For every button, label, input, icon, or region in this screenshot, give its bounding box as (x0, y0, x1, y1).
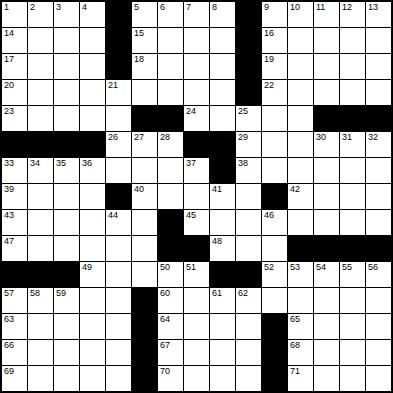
white-cell[interactable] (132, 262, 157, 287)
white-cell[interactable]: 22 (262, 80, 287, 105)
white-cell[interactable]: 3 (54, 2, 79, 27)
clue-number: 71 (290, 366, 300, 377)
clue-number: 47 (4, 236, 14, 247)
white-cell[interactable] (340, 28, 365, 53)
white-cell[interactable]: 34 (28, 158, 53, 183)
clue-number: 38 (238, 158, 248, 169)
white-cell[interactable] (28, 366, 53, 391)
white-cell[interactable]: 43 (2, 210, 27, 235)
clue-number: 57 (4, 288, 14, 299)
white-cell[interactable] (132, 80, 157, 105)
white-cell[interactable] (340, 340, 365, 365)
white-cell[interactable] (158, 28, 183, 53)
white-cell[interactable]: 1 (2, 2, 27, 27)
clue-number: 60 (160, 288, 170, 299)
clue-number: 20 (4, 80, 14, 91)
black-cell (262, 340, 287, 365)
white-cell[interactable]: 33 (2, 158, 27, 183)
white-cell[interactable] (366, 288, 391, 313)
white-cell[interactable]: 15 (132, 28, 157, 53)
white-cell[interactable]: 65 (288, 314, 313, 339)
clue-number: 43 (4, 210, 14, 221)
white-cell[interactable] (288, 132, 313, 157)
white-cell[interactable]: 48 (210, 236, 235, 261)
white-cell[interactable] (106, 262, 131, 287)
white-cell[interactable] (80, 340, 105, 365)
white-cell[interactable] (314, 158, 339, 183)
white-cell[interactable]: 56 (366, 262, 391, 287)
crossword-grid: 1234567891011121314151617181920212223242… (0, 0, 393, 393)
white-cell[interactable] (314, 184, 339, 209)
white-cell[interactable] (106, 340, 131, 365)
clue-number: 44 (108, 210, 118, 221)
white-cell[interactable] (106, 158, 131, 183)
white-cell[interactable]: 8 (210, 2, 235, 27)
white-cell[interactable] (106, 314, 131, 339)
white-cell[interactable] (80, 314, 105, 339)
white-cell[interactable]: 27 (132, 132, 157, 157)
white-cell[interactable] (262, 106, 287, 131)
clue-number: 14 (4, 28, 14, 39)
clue-number: 6 (160, 2, 165, 13)
clue-number: 41 (212, 184, 222, 195)
clue-number: 58 (30, 288, 40, 299)
white-cell[interactable] (236, 340, 261, 365)
black-cell (2, 132, 27, 157)
white-cell[interactable] (366, 340, 391, 365)
white-cell[interactable] (262, 236, 287, 261)
white-cell[interactable] (28, 210, 53, 235)
white-cell[interactable] (54, 340, 79, 365)
white-cell[interactable]: 58 (28, 288, 53, 313)
white-cell[interactable]: 2 (28, 2, 53, 27)
clue-number: 61 (212, 288, 222, 299)
black-cell (132, 366, 157, 391)
white-cell[interactable] (366, 314, 391, 339)
white-cell[interactable]: 59 (54, 288, 79, 313)
clue-number: 29 (238, 132, 248, 143)
white-cell[interactable] (210, 366, 235, 391)
white-cell[interactable]: 47 (2, 236, 27, 261)
white-cell[interactable] (54, 366, 79, 391)
black-cell (158, 210, 183, 235)
white-cell[interactable] (340, 366, 365, 391)
white-cell[interactable]: 60 (158, 288, 183, 313)
white-cell[interactable] (54, 184, 79, 209)
clue-number: 11 (316, 2, 325, 13)
white-cell[interactable]: 12 (340, 2, 365, 27)
white-cell[interactable] (366, 80, 391, 105)
black-cell (210, 158, 235, 183)
clue-number: 2 (30, 2, 35, 13)
clue-number: 9 (264, 2, 269, 13)
white-cell[interactable]: 50 (158, 262, 183, 287)
black-cell (132, 106, 157, 131)
white-cell[interactable]: 26 (106, 132, 131, 157)
white-cell[interactable] (158, 54, 183, 79)
white-cell[interactable] (80, 184, 105, 209)
white-cell[interactable]: 4 (80, 2, 105, 27)
white-cell[interactable] (184, 184, 209, 209)
white-cell[interactable]: 69 (2, 366, 27, 391)
white-cell[interactable] (80, 28, 105, 53)
white-cell[interactable]: 67 (158, 340, 183, 365)
black-cell (28, 132, 53, 157)
clue-number: 55 (342, 262, 352, 273)
white-cell[interactable] (288, 288, 313, 313)
white-cell[interactable] (80, 106, 105, 131)
white-cell[interactable] (340, 158, 365, 183)
black-cell (262, 314, 287, 339)
white-cell[interactable] (184, 28, 209, 53)
white-cell[interactable] (28, 106, 53, 131)
white-cell[interactable] (132, 158, 157, 183)
white-cell[interactable] (314, 288, 339, 313)
clue-number: 64 (160, 314, 170, 325)
white-cell[interactable] (236, 314, 261, 339)
clue-number: 10 (290, 2, 300, 13)
clue-number: 59 (56, 288, 66, 299)
white-cell[interactable] (132, 210, 157, 235)
clue-number: 51 (186, 262, 196, 273)
white-cell[interactable]: 37 (184, 158, 209, 183)
white-cell[interactable]: 49 (80, 262, 105, 287)
clue-number: 45 (186, 210, 196, 221)
white-cell[interactable] (288, 210, 313, 235)
white-cell[interactable] (54, 210, 79, 235)
clue-number: 16 (264, 28, 274, 39)
clue-number: 24 (186, 106, 196, 117)
white-cell[interactable]: 57 (2, 288, 27, 313)
white-cell[interactable]: 51 (184, 262, 209, 287)
white-cell[interactable]: 32 (366, 132, 391, 157)
black-cell (340, 236, 365, 261)
white-cell[interactable] (80, 288, 105, 313)
clue-number: 42 (290, 184, 300, 195)
clue-number: 5 (134, 2, 139, 13)
white-cell[interactable]: 44 (106, 210, 131, 235)
clue-number: 39 (4, 184, 14, 195)
white-cell[interactable] (236, 236, 261, 261)
clue-number: 53 (290, 262, 300, 273)
white-cell[interactable] (54, 314, 79, 339)
white-cell[interactable] (184, 314, 209, 339)
white-cell[interactable] (314, 340, 339, 365)
white-cell[interactable]: 39 (2, 184, 27, 209)
black-cell (158, 106, 183, 131)
white-cell[interactable]: 19 (262, 54, 287, 79)
white-cell[interactable] (262, 132, 287, 157)
white-cell[interactable]: 35 (54, 158, 79, 183)
white-cell[interactable] (288, 80, 313, 105)
white-cell[interactable]: 21 (106, 80, 131, 105)
clue-number: 50 (160, 262, 170, 273)
white-cell[interactable] (28, 28, 53, 53)
white-cell[interactable] (158, 80, 183, 105)
white-cell[interactable]: 29 (236, 132, 261, 157)
white-cell[interactable]: 20 (2, 80, 27, 105)
black-cell (158, 236, 183, 261)
white-cell[interactable] (236, 366, 261, 391)
white-cell[interactable] (366, 210, 391, 235)
clue-number: 62 (238, 288, 248, 299)
clue-number: 65 (290, 314, 300, 325)
white-cell[interactable] (288, 158, 313, 183)
black-cell (54, 262, 79, 287)
black-cell (54, 132, 79, 157)
clue-number: 4 (82, 2, 87, 13)
white-cell[interactable]: 62 (236, 288, 261, 313)
black-cell (132, 288, 157, 313)
clue-number: 7 (186, 2, 191, 13)
clue-number: 8 (212, 2, 217, 13)
white-cell[interactable] (340, 314, 365, 339)
white-cell[interactable] (28, 314, 53, 339)
black-cell (106, 28, 131, 53)
white-cell[interactable] (262, 288, 287, 313)
white-cell[interactable] (184, 54, 209, 79)
white-cell[interactable] (366, 28, 391, 53)
white-cell[interactable] (132, 236, 157, 261)
white-cell[interactable]: 70 (158, 366, 183, 391)
white-cell[interactable] (28, 54, 53, 79)
clue-number: 30 (316, 132, 326, 143)
white-cell[interactable] (314, 28, 339, 53)
white-cell[interactable] (28, 184, 53, 209)
white-cell[interactable] (366, 54, 391, 79)
white-cell[interactable]: 17 (2, 54, 27, 79)
white-cell[interactable]: 54 (314, 262, 339, 287)
white-cell[interactable] (314, 54, 339, 79)
clue-number: 33 (4, 158, 14, 169)
clue-number: 1 (4, 2, 9, 13)
white-cell[interactable]: 24 (184, 106, 209, 131)
white-cell[interactable]: 71 (288, 366, 313, 391)
white-cell[interactable] (366, 158, 391, 183)
white-cell[interactable]: 42 (288, 184, 313, 209)
white-cell[interactable]: 61 (210, 288, 235, 313)
white-cell[interactable]: 18 (132, 54, 157, 79)
black-cell (314, 106, 339, 131)
white-cell[interactable] (210, 106, 235, 131)
clue-number: 27 (134, 132, 144, 143)
white-cell[interactable] (80, 210, 105, 235)
black-cell (80, 132, 105, 157)
white-cell[interactable] (80, 236, 105, 261)
white-cell[interactable]: 53 (288, 262, 313, 287)
clue-number: 28 (160, 132, 170, 143)
clue-number: 3 (56, 2, 61, 13)
clue-number: 67 (160, 340, 170, 351)
white-cell[interactable] (288, 28, 313, 53)
black-cell (236, 2, 261, 27)
white-cell[interactable] (314, 210, 339, 235)
clue-number: 46 (264, 210, 274, 221)
white-cell[interactable]: 13 (366, 2, 391, 27)
black-cell (366, 236, 391, 261)
clue-number: 68 (290, 340, 300, 351)
black-cell (366, 106, 391, 131)
white-cell[interactable] (210, 314, 235, 339)
white-cell[interactable]: 9 (262, 2, 287, 27)
white-cell[interactable] (158, 184, 183, 209)
white-cell[interactable] (366, 366, 391, 391)
black-cell (210, 262, 235, 287)
clue-number: 37 (186, 158, 196, 169)
clue-number: 13 (368, 2, 378, 13)
white-cell[interactable] (80, 80, 105, 105)
clue-number: 66 (4, 340, 14, 351)
black-cell (340, 106, 365, 131)
white-cell[interactable] (54, 106, 79, 131)
white-cell[interactable] (80, 54, 105, 79)
white-cell[interactable] (54, 54, 79, 79)
clue-number: 54 (316, 262, 326, 273)
white-cell[interactable] (340, 54, 365, 79)
white-cell[interactable] (314, 366, 339, 391)
black-cell (132, 314, 157, 339)
white-cell[interactable]: 31 (340, 132, 365, 157)
black-cell (236, 54, 261, 79)
black-cell (132, 340, 157, 365)
white-cell[interactable] (106, 106, 131, 131)
black-cell (210, 132, 235, 157)
black-cell (184, 236, 209, 261)
white-cell[interactable] (236, 210, 261, 235)
clue-number: 21 (108, 80, 118, 91)
white-cell[interactable]: 30 (314, 132, 339, 157)
white-cell[interactable] (288, 54, 313, 79)
clue-number: 19 (264, 54, 274, 65)
white-cell[interactable]: 10 (288, 2, 313, 27)
clue-number: 34 (30, 158, 40, 169)
white-cell[interactable] (28, 340, 53, 365)
clue-number: 35 (56, 158, 66, 169)
white-cell[interactable] (210, 340, 235, 365)
white-cell[interactable] (106, 366, 131, 391)
clue-number: 56 (368, 262, 378, 273)
white-cell[interactable]: 6 (158, 2, 183, 27)
white-cell[interactable] (236, 184, 261, 209)
clue-number: 49 (82, 262, 92, 273)
black-cell (314, 236, 339, 261)
clue-number: 32 (368, 132, 378, 143)
clue-number: 52 (264, 262, 274, 273)
white-cell[interactable]: 11 (314, 2, 339, 27)
white-cell[interactable] (366, 184, 391, 209)
white-cell[interactable] (158, 158, 183, 183)
white-cell[interactable] (340, 184, 365, 209)
clue-number: 63 (4, 314, 14, 325)
white-cell[interactable] (28, 80, 53, 105)
white-cell[interactable] (54, 80, 79, 105)
white-cell[interactable] (288, 106, 313, 131)
white-cell[interactable]: 41 (210, 184, 235, 209)
black-cell (262, 184, 287, 209)
white-cell[interactable] (210, 210, 235, 235)
black-cell (288, 236, 313, 261)
black-cell (236, 262, 261, 287)
white-cell[interactable] (106, 288, 131, 313)
clue-number: 18 (134, 54, 144, 65)
clue-number: 17 (4, 54, 14, 65)
white-cell[interactable] (262, 158, 287, 183)
black-cell (106, 2, 131, 27)
white-cell[interactable] (184, 366, 209, 391)
white-cell[interactable] (54, 28, 79, 53)
white-cell[interactable]: 25 (236, 106, 261, 131)
white-cell[interactable] (314, 80, 339, 105)
white-cell[interactable] (106, 236, 131, 261)
white-cell[interactable]: 46 (262, 210, 287, 235)
black-cell (236, 80, 261, 105)
white-cell[interactable]: 14 (2, 28, 27, 53)
white-cell[interactable]: 64 (158, 314, 183, 339)
clue-number: 26 (108, 132, 118, 143)
white-cell[interactable]: 23 (2, 106, 27, 131)
white-cell[interactable]: 5 (132, 2, 157, 27)
white-cell[interactable]: 45 (184, 210, 209, 235)
white-cell[interactable] (340, 80, 365, 105)
clue-number: 23 (4, 106, 14, 117)
clue-number: 69 (4, 366, 14, 377)
black-cell (106, 54, 131, 79)
black-cell (106, 184, 131, 209)
white-cell[interactable] (184, 340, 209, 365)
white-cell[interactable] (184, 80, 209, 105)
clue-number: 48 (212, 236, 222, 247)
clue-number: 31 (342, 132, 352, 143)
white-cell[interactable]: 63 (2, 314, 27, 339)
white-cell[interactable] (54, 236, 79, 261)
white-cell[interactable]: 55 (340, 262, 365, 287)
white-cell[interactable] (210, 54, 235, 79)
black-cell (28, 262, 53, 287)
white-cell[interactable] (210, 28, 235, 53)
black-cell (262, 366, 287, 391)
clue-number: 22 (264, 80, 274, 91)
white-cell[interactable] (80, 366, 105, 391)
white-cell[interactable] (28, 236, 53, 261)
white-cell[interactable] (340, 210, 365, 235)
white-cell[interactable]: 38 (236, 158, 261, 183)
white-cell[interactable]: 52 (262, 262, 287, 287)
white-cell[interactable]: 16 (262, 28, 287, 53)
clue-number: 12 (342, 2, 352, 13)
clue-number: 70 (160, 366, 170, 377)
white-cell[interactable]: 40 (132, 184, 157, 209)
black-cell (236, 28, 261, 53)
white-cell[interactable]: 28 (158, 132, 183, 157)
white-cell[interactable]: 66 (2, 340, 27, 365)
white-cell[interactable] (340, 288, 365, 313)
black-cell (184, 132, 209, 157)
white-cell[interactable]: 68 (288, 340, 313, 365)
white-cell[interactable] (314, 314, 339, 339)
white-cell[interactable] (184, 288, 209, 313)
black-cell (2, 262, 27, 287)
clue-number: 36 (82, 158, 92, 169)
white-cell[interactable]: 36 (80, 158, 105, 183)
clue-number: 15 (134, 28, 144, 39)
white-cell[interactable]: 7 (184, 2, 209, 27)
clue-number: 40 (134, 184, 144, 195)
white-cell[interactable] (210, 80, 235, 105)
clue-number: 25 (238, 106, 248, 117)
